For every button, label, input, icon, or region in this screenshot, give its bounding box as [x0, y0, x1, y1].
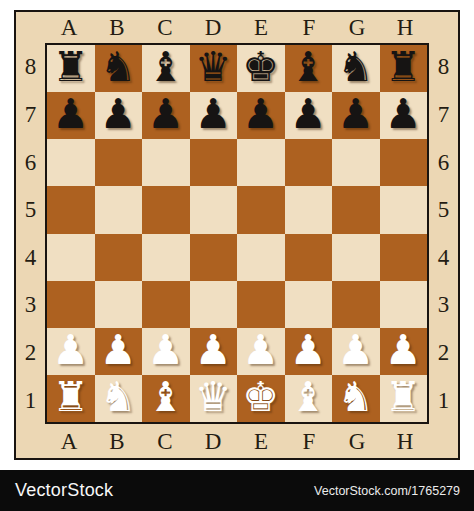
square-c2[interactable]: ♟ [142, 328, 190, 375]
square-a4[interactable] [47, 234, 95, 281]
white-knight-g1: ♞ [337, 377, 374, 420]
square-a5[interactable] [47, 186, 95, 233]
square-c4[interactable] [142, 234, 190, 281]
square-g6[interactable] [332, 139, 380, 186]
file-label-b: B [93, 12, 141, 43]
square-d8[interactable]: ♛ [190, 45, 238, 92]
white-rook-h1: ♜ [385, 377, 422, 420]
square-b6[interactable] [95, 139, 143, 186]
file-label-c: C [141, 424, 189, 458]
square-a3[interactable] [47, 281, 95, 328]
rank-label-8: 8 [16, 43, 45, 91]
white-pawn-b2: ♟ [100, 330, 137, 373]
square-f8[interactable]: ♝ [285, 45, 333, 92]
white-knight-b1: ♞ [100, 377, 137, 420]
square-b7[interactable]: ♟ [95, 92, 143, 139]
square-b2[interactable]: ♟ [95, 328, 143, 375]
rank-label-5: 5 [429, 186, 458, 234]
rank-labels-left: 87654321 [16, 43, 45, 424]
rank-label-1: 1 [429, 376, 458, 424]
file-label-c: C [141, 12, 189, 43]
file-labels-bottom: ABCDEFGH [45, 424, 429, 458]
square-h8[interactable]: ♜ [380, 45, 428, 92]
white-pawn-a2: ♟ [52, 330, 89, 373]
square-e1[interactable]: ♚ [237, 375, 285, 422]
rank-label-1: 1 [16, 376, 45, 424]
black-pawn-a7: ♟ [52, 94, 89, 137]
rank-label-6: 6 [16, 138, 45, 186]
square-b3[interactable] [95, 281, 143, 328]
square-f6[interactable] [285, 139, 333, 186]
square-b5[interactable] [95, 186, 143, 233]
file-label-d: D [189, 424, 237, 458]
file-label-g: G [333, 12, 381, 43]
square-h1[interactable]: ♜ [380, 375, 428, 422]
file-label-h: H [381, 424, 429, 458]
black-pawn-b7: ♟ [100, 94, 137, 137]
chess-board-frame: ABCDEFGH 87654321 ♜♞♝♛♚♝♞♜♟♟♟♟♟♟♟♟♟♟♟♟♟♟… [14, 10, 460, 460]
black-knight-b8: ♞ [100, 47, 137, 90]
file-label-e: E [237, 12, 285, 43]
square-a8[interactable]: ♜ [47, 45, 95, 92]
square-g5[interactable] [332, 186, 380, 233]
white-pawn-g2: ♟ [337, 330, 374, 373]
square-e8[interactable]: ♚ [237, 45, 285, 92]
file-labels-top: ABCDEFGH [45, 12, 429, 43]
white-king-e1: ♚ [242, 377, 279, 420]
watermark-bar: VectorStock VectorStock.com/1765279 [0, 470, 474, 511]
white-bishop-f1: ♝ [290, 377, 327, 420]
rank-labels-right: 87654321 [429, 43, 458, 424]
black-pawn-c7: ♟ [147, 94, 184, 137]
rank-label-6: 6 [429, 138, 458, 186]
square-c8[interactable]: ♝ [142, 45, 190, 92]
square-e5[interactable] [237, 186, 285, 233]
black-bishop-f8: ♝ [290, 47, 327, 90]
black-queen-d8: ♛ [195, 47, 232, 90]
square-d1[interactable]: ♛ [190, 375, 238, 422]
square-f1[interactable]: ♝ [285, 375, 333, 422]
square-c5[interactable] [142, 186, 190, 233]
chess-board: ♜♞♝♛♚♝♞♜♟♟♟♟♟♟♟♟♟♟♟♟♟♟♟♟♜♞♝♛♚♝♞♜ [45, 43, 429, 424]
rank-label-7: 7 [429, 91, 458, 139]
white-rook-a1: ♜ [52, 377, 89, 420]
square-f3[interactable] [285, 281, 333, 328]
rank-label-3: 3 [429, 281, 458, 329]
white-pawn-d2: ♟ [195, 330, 232, 373]
square-g2[interactable]: ♟ [332, 328, 380, 375]
file-label-h: H [381, 12, 429, 43]
white-queen-d1: ♛ [195, 377, 232, 420]
square-e2[interactable]: ♟ [237, 328, 285, 375]
rank-label-7: 7 [16, 91, 45, 139]
black-knight-g8: ♞ [337, 47, 374, 90]
file-label-a: A [45, 424, 93, 458]
file-label-g: G [333, 424, 381, 458]
white-pawn-e2: ♟ [242, 330, 279, 373]
watermark-brand: VectorStock [15, 480, 113, 501]
watermark-reference: VectorStock.com/1765279 [314, 484, 460, 498]
square-a2[interactable]: ♟ [47, 328, 95, 375]
black-rook-a8: ♜ [52, 47, 89, 90]
rank-label-3: 3 [16, 281, 45, 329]
square-a7[interactable]: ♟ [47, 92, 95, 139]
square-h7[interactable]: ♟ [380, 92, 428, 139]
black-pawn-f7: ♟ [290, 94, 327, 137]
square-g7[interactable]: ♟ [332, 92, 380, 139]
page: ABCDEFGH 87654321 ♜♞♝♛♚♝♞♜♟♟♟♟♟♟♟♟♟♟♟♟♟♟… [0, 0, 474, 511]
rank-label-4: 4 [429, 234, 458, 282]
file-label-a: A [45, 12, 93, 43]
square-d2[interactable]: ♟ [190, 328, 238, 375]
rank-label-4: 4 [16, 234, 45, 282]
square-h5[interactable] [380, 186, 428, 233]
file-label-b: B [93, 424, 141, 458]
black-bishop-c8: ♝ [147, 47, 184, 90]
square-g1[interactable]: ♞ [332, 375, 380, 422]
square-e3[interactable] [237, 281, 285, 328]
square-c3[interactable] [142, 281, 190, 328]
white-pawn-c2: ♟ [147, 330, 184, 373]
square-e6[interactable] [237, 139, 285, 186]
file-label-e: E [237, 424, 285, 458]
square-d3[interactable] [190, 281, 238, 328]
square-c7[interactable]: ♟ [142, 92, 190, 139]
square-f7[interactable]: ♟ [285, 92, 333, 139]
square-f5[interactable] [285, 186, 333, 233]
black-pawn-h7: ♟ [385, 94, 422, 137]
white-bishop-c1: ♝ [147, 377, 184, 420]
square-g3[interactable] [332, 281, 380, 328]
square-a6[interactable] [47, 139, 95, 186]
square-e4[interactable] [237, 234, 285, 281]
white-pawn-h2: ♟ [385, 330, 422, 373]
square-h4[interactable] [380, 234, 428, 281]
black-pawn-d7: ♟ [195, 94, 232, 137]
square-g8[interactable]: ♞ [332, 45, 380, 92]
square-d4[interactable] [190, 234, 238, 281]
file-label-d: D [189, 12, 237, 43]
black-pawn-g7: ♟ [337, 94, 374, 137]
square-b4[interactable] [95, 234, 143, 281]
rank-label-5: 5 [16, 186, 45, 234]
square-c1[interactable]: ♝ [142, 375, 190, 422]
square-f4[interactable] [285, 234, 333, 281]
rank-label-8: 8 [429, 43, 458, 91]
file-label-f: F [285, 424, 333, 458]
square-d5[interactable] [190, 186, 238, 233]
square-d6[interactable] [190, 139, 238, 186]
square-h6[interactable] [380, 139, 428, 186]
square-f2[interactable]: ♟ [285, 328, 333, 375]
square-c6[interactable] [142, 139, 190, 186]
rank-label-2: 2 [429, 329, 458, 377]
square-e7[interactable]: ♟ [237, 92, 285, 139]
black-pawn-e7: ♟ [242, 94, 279, 137]
black-rook-h8: ♜ [385, 47, 422, 90]
square-h2[interactable]: ♟ [380, 328, 428, 375]
square-a1[interactable]: ♜ [47, 375, 95, 422]
square-b1[interactable]: ♞ [95, 375, 143, 422]
square-h3[interactable] [380, 281, 428, 328]
file-label-f: F [285, 12, 333, 43]
square-g4[interactable] [332, 234, 380, 281]
white-pawn-f2: ♟ [290, 330, 327, 373]
square-b8[interactable]: ♞ [95, 45, 143, 92]
rank-label-2: 2 [16, 329, 45, 377]
black-king-e8: ♚ [242, 47, 279, 90]
square-d7[interactable]: ♟ [190, 92, 238, 139]
